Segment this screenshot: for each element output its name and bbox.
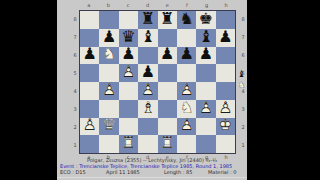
chess-diagram-panel: ♜♜♞♚♟♛♝♝♟♟♞♘♟♟♟♟♟♙♟♟♙♟♙♟♙♝♗♞♘♟♙♟♙♟♙♛♕♟♙♚…: [57, 0, 247, 180]
file-label-d-top: d: [144, 3, 152, 8]
black-pawn: ♟: [196, 47, 215, 65]
square-e5: [158, 64, 177, 82]
square-e8: ♜: [158, 11, 177, 29]
captured-black-bishop-icon: ♝: [237, 69, 246, 79]
square-c4: [119, 82, 138, 100]
square-g5: [196, 64, 215, 82]
white-queen: ♛♕: [99, 118, 118, 136]
caption-divider: [57, 177, 247, 178]
file-label-h-top: h: [222, 3, 230, 8]
square-d3: ♝♗: [138, 100, 157, 118]
file-label-g-top: g: [203, 3, 211, 8]
square-h7: ♟: [216, 29, 235, 47]
rank-label-5-left: 5: [71, 71, 79, 76]
black-rook: ♜: [158, 11, 177, 29]
square-g2: [196, 118, 215, 136]
square-c5: ♟♙: [119, 64, 138, 82]
rank-label-7-right: 7: [239, 35, 247, 40]
square-d2: [138, 118, 157, 136]
white-bishop: ♝♗: [138, 100, 157, 118]
square-e4: [158, 82, 177, 100]
square-h2: ♚♔: [216, 118, 235, 136]
rank-label-1-left: 1: [71, 143, 79, 148]
square-c3: [119, 100, 138, 118]
square-f1: [177, 135, 196, 153]
square-b6: ♞♘: [99, 47, 118, 65]
white-pawn: ♟♙: [196, 100, 215, 118]
square-g1: [196, 135, 215, 153]
white-pawn: ♟♙: [177, 118, 196, 136]
file-label-e-top: e: [163, 3, 171, 8]
square-f8: ♞: [177, 11, 196, 29]
white-knight: ♞♘: [99, 47, 118, 65]
rank-label-3-left: 3: [71, 107, 79, 112]
square-h6: [216, 47, 235, 65]
rank-label-2-left: 2: [71, 125, 79, 130]
square-d1: [138, 135, 157, 153]
rank-label-1-right: 1: [239, 143, 247, 148]
square-f2: ♟♙: [177, 118, 196, 136]
square-b4: ♟♙: [99, 82, 118, 100]
captured-material-tray: ♝♞♘: [236, 69, 247, 90]
square-e6: ♟: [158, 47, 177, 65]
black-pawn: ♟: [80, 47, 99, 65]
rank-label-3-right: 3: [239, 107, 247, 112]
white-pawn: ♟♙: [119, 64, 138, 82]
black-knight: ♞: [177, 11, 196, 29]
chess-board: ♜♜♞♚♟♛♝♝♟♟♞♘♟♟♟♟♟♙♟♟♙♟♙♟♙♝♗♞♘♟♙♟♙♟♙♛♕♟♙♚…: [79, 10, 236, 154]
game-length: Length : 85: [164, 170, 208, 175]
video-frame: { "game": "chess", "position": { "fen": …: [0, 0, 320, 180]
square-h5: [216, 64, 235, 82]
white-king: ♚♔: [216, 118, 235, 136]
rank-label-6-right: 6: [239, 53, 247, 58]
square-e3: [158, 100, 177, 118]
square-b2: ♛♕: [99, 118, 118, 136]
square-d7: ♝: [138, 29, 157, 47]
square-h1: [216, 135, 235, 153]
square-a2: ♟♙: [80, 118, 99, 136]
square-a4: [80, 82, 99, 100]
eco-code: ECO : D15: [60, 170, 106, 175]
rank-label-6-left: 6: [71, 53, 79, 58]
file-label-c-top: c: [124, 3, 132, 8]
black-pawn: ♟: [158, 47, 177, 65]
file-label-f-top: f: [183, 3, 191, 8]
square-a1: [80, 135, 99, 153]
black-pawn: ♟: [216, 29, 235, 47]
white-pawn: ♟♙: [99, 82, 118, 100]
white-rook: ♜♖: [119, 135, 138, 153]
rank-label-4-left: 4: [71, 89, 79, 94]
square-a5: [80, 64, 99, 82]
square-e1: ♜♖: [158, 135, 177, 153]
file-label-b-top: b: [104, 3, 112, 8]
captured-white-knight-icon: ♞♘: [237, 80, 246, 90]
square-g3: ♟♙: [196, 100, 215, 118]
rank-label-7-left: 7: [71, 35, 79, 40]
file-label-a-top: a: [85, 3, 93, 8]
black-pawn: ♟: [177, 47, 196, 65]
rank-label-8-right: 8: [239, 17, 247, 22]
square-g6: ♟: [196, 47, 215, 65]
square-a6: ♟: [80, 47, 99, 65]
white-pawn: ♟♙: [80, 118, 99, 136]
rank-label-8-left: 8: [71, 17, 79, 22]
game-details-line: ECO : D15 April 11 1985 Length : 85 Mate…: [60, 170, 245, 175]
game-date: April 11 1985: [106, 170, 164, 175]
square-b1: [99, 135, 118, 153]
square-a8: [80, 11, 99, 29]
material-balance: Material : 0: [208, 170, 245, 175]
square-c1: ♜♖: [119, 135, 138, 153]
rank-label-2-right: 2: [239, 125, 247, 130]
white-rook: ♜♖: [158, 135, 177, 153]
square-f6: ♟: [177, 47, 196, 65]
black-bishop: ♝: [138, 29, 157, 47]
